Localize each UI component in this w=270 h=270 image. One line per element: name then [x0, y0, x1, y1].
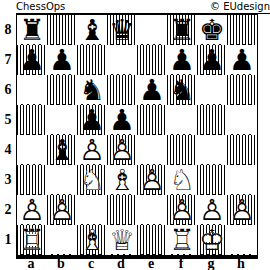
square-a1[interactable]: ♜♖ — [17, 225, 47, 255]
square-g5[interactable] — [197, 105, 227, 135]
square-f4[interactable] — [167, 135, 197, 165]
file-label-a: a — [16, 257, 46, 270]
square-g4[interactable] — [197, 135, 227, 165]
file-label-h: h — [226, 257, 256, 270]
square-h6[interactable] — [227, 75, 257, 105]
square-h2[interactable]: ♟♙ — [227, 195, 257, 225]
rank-label-6: 6 — [0, 75, 16, 105]
white-queen[interactable]: ♛♕ — [107, 225, 137, 255]
square-b2[interactable]: ♟♙ — [47, 195, 77, 225]
square-e8[interactable] — [137, 15, 167, 45]
rank-labels: 87654321 — [0, 15, 16, 255]
file-label-b: b — [46, 257, 76, 270]
square-e3[interactable]: ♟♙ — [137, 165, 167, 195]
square-a3[interactable] — [17, 165, 47, 195]
square-d6[interactable] — [107, 75, 137, 105]
square-a8[interactable]: ♜ — [17, 15, 47, 45]
square-d3[interactable]: ♝♗ — [107, 165, 137, 195]
black-pawn[interactable]: ♟ — [77, 105, 107, 135]
square-c5[interactable]: ♟ — [77, 105, 107, 135]
white-knight[interactable]: ♞♘ — [167, 165, 197, 195]
square-a7[interactable]: ♟ — [17, 45, 47, 75]
square-d2[interactable] — [107, 195, 137, 225]
square-f5[interactable] — [167, 105, 197, 135]
square-e2[interactable] — [137, 195, 167, 225]
chess-board[interactable]: ♜♝♛♜♚♟♟♟♟♟♞♟♞♟♟♝♟♙♟♙♞♘♝♗♟♙♞♘♟♙♟♙♟♙♟♙♟♙♜♖… — [17, 15, 257, 255]
file-label-d: d — [106, 257, 136, 270]
rank-label-3: 3 — [0, 165, 16, 195]
square-d5[interactable]: ♟ — [107, 105, 137, 135]
rank-label-7: 7 — [0, 45, 16, 75]
square-d8[interactable]: ♛ — [107, 15, 137, 45]
credit-text: © EUdesign — [210, 1, 270, 13]
square-d7[interactable] — [107, 45, 137, 75]
file-labels: abcdefgh — [16, 257, 256, 270]
black-bishop[interactable]: ♝ — [47, 135, 77, 165]
black-pawn[interactable]: ♟ — [197, 45, 227, 75]
board-frame: ♜♝♛♜♚♟♟♟♟♟♞♟♞♟♟♝♟♙♟♙♞♘♝♗♟♙♞♘♟♙♟♙♟♙♟♙♟♙♜♖… — [16, 14, 258, 259]
square-h7[interactable]: ♟ — [227, 45, 257, 75]
square-e7[interactable] — [137, 45, 167, 75]
square-f8[interactable]: ♜ — [167, 15, 197, 45]
square-c6[interactable]: ♞ — [77, 75, 107, 105]
white-pawn[interactable]: ♟♙ — [77, 135, 107, 165]
black-pawn[interactable]: ♟ — [137, 75, 167, 105]
white-pawn[interactable]: ♟♙ — [167, 195, 197, 225]
white-bishop[interactable]: ♝♗ — [77, 225, 107, 255]
white-rook[interactable]: ♜♖ — [17, 225, 47, 255]
black-pawn[interactable]: ♟ — [47, 45, 77, 75]
square-c1[interactable]: ♝♗ — [77, 225, 107, 255]
square-h8[interactable] — [227, 15, 257, 45]
square-e1[interactable] — [137, 225, 167, 255]
black-rook[interactable]: ♜ — [167, 15, 197, 45]
square-h5[interactable] — [227, 105, 257, 135]
square-a6[interactable] — [17, 75, 47, 105]
black-queen[interactable]: ♛ — [107, 15, 137, 45]
black-pawn[interactable]: ♟ — [227, 45, 257, 75]
square-h1[interactable] — [227, 225, 257, 255]
white-pawn[interactable]: ♟♙ — [47, 195, 77, 225]
rank-label-4: 4 — [0, 135, 16, 165]
square-g2[interactable]: ♟♙ — [197, 195, 227, 225]
square-g1[interactable]: ♚♔ — [197, 225, 227, 255]
file-label-c: c — [76, 257, 106, 270]
square-e5[interactable] — [137, 105, 167, 135]
black-pawn[interactable]: ♟ — [107, 105, 137, 135]
rank-label-2: 2 — [0, 195, 16, 225]
square-g6[interactable] — [197, 75, 227, 105]
rank-label-8: 8 — [0, 15, 16, 45]
square-f1[interactable]: ♜♖ — [167, 225, 197, 255]
rank-label-1: 1 — [0, 225, 16, 255]
square-f2[interactable]: ♟♙ — [167, 195, 197, 225]
rank-label-5: 5 — [0, 105, 16, 135]
black-knight[interactable]: ♞ — [167, 75, 197, 105]
file-label-e: e — [136, 257, 166, 270]
title-bar: ChessOps © EUdesign — [16, 0, 270, 14]
square-c3[interactable]: ♞♘ — [77, 165, 107, 195]
white-king[interactable]: ♚♔ — [197, 225, 227, 255]
square-b5[interactable] — [47, 105, 77, 135]
square-g7[interactable]: ♟ — [197, 45, 227, 75]
app-title: ChessOps — [16, 1, 65, 13]
square-a2[interactable]: ♟♙ — [17, 195, 47, 225]
white-pawn[interactable]: ♟♙ — [197, 195, 227, 225]
white-pawn[interactable]: ♟♙ — [107, 135, 137, 165]
square-b6[interactable] — [47, 75, 77, 105]
square-a4[interactable] — [17, 135, 47, 165]
square-f3[interactable]: ♞♘ — [167, 165, 197, 195]
white-pawn[interactable]: ♟♙ — [137, 165, 167, 195]
square-e6[interactable]: ♟ — [137, 75, 167, 105]
black-pawn[interactable]: ♟ — [167, 45, 197, 75]
square-b3[interactable] — [47, 165, 77, 195]
square-c2[interactable] — [77, 195, 107, 225]
square-b8[interactable] — [47, 15, 77, 45]
white-knight[interactable]: ♞♘ — [77, 165, 107, 195]
black-knight[interactable]: ♞ — [77, 75, 107, 105]
file-label-f: f — [166, 257, 196, 270]
square-b1[interactable] — [47, 225, 77, 255]
white-pawn[interactable]: ♟♙ — [227, 195, 257, 225]
black-rook[interactable]: ♜ — [17, 15, 47, 45]
square-g3[interactable] — [197, 165, 227, 195]
black-king[interactable]: ♚ — [197, 15, 227, 45]
square-c7[interactable] — [77, 45, 107, 75]
white-pawn[interactable]: ♟♙ — [17, 195, 47, 225]
square-f6[interactable]: ♞ — [167, 75, 197, 105]
white-bishop[interactable]: ♝♗ — [107, 165, 137, 195]
square-b7[interactable]: ♟ — [47, 45, 77, 75]
square-c4[interactable]: ♟♙ — [77, 135, 107, 165]
square-d4[interactable]: ♟♙ — [107, 135, 137, 165]
white-rook[interactable]: ♜♖ — [167, 225, 197, 255]
square-d1[interactable]: ♛♕ — [107, 225, 137, 255]
square-b4[interactable]: ♝ — [47, 135, 77, 165]
square-h4[interactable] — [227, 135, 257, 165]
black-pawn[interactable]: ♟ — [17, 45, 47, 75]
square-c8[interactable]: ♝ — [77, 15, 107, 45]
file-label-g: g — [196, 257, 226, 270]
square-e4[interactable] — [137, 135, 167, 165]
square-h3[interactable] — [227, 165, 257, 195]
black-bishop[interactable]: ♝ — [77, 15, 107, 45]
square-g8[interactable]: ♚ — [197, 15, 227, 45]
square-f7[interactable]: ♟ — [167, 45, 197, 75]
square-a5[interactable] — [17, 105, 47, 135]
